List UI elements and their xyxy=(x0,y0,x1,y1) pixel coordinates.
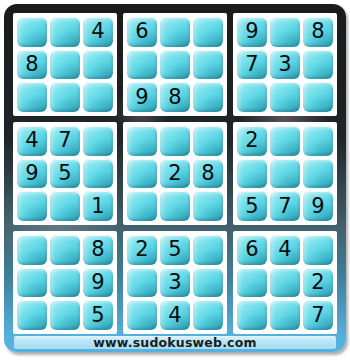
cell-r6c7[interactable]: 5 xyxy=(237,191,267,221)
cell-r2c2[interactable] xyxy=(50,50,80,80)
cell-r6c6[interactable] xyxy=(193,191,223,221)
cell-r7c5[interactable]: 5 xyxy=(160,235,190,265)
cell-r4c1[interactable]: 4 xyxy=(17,126,47,156)
cell-r9c5[interactable]: 4 xyxy=(160,300,190,330)
cell-r1c7[interactable]: 9 xyxy=(237,17,267,47)
cell-r5c4[interactable] xyxy=(127,159,157,189)
cell-r7c2[interactable] xyxy=(50,235,80,265)
cell-r3c9[interactable] xyxy=(303,82,333,112)
cell-r4c6[interactable] xyxy=(193,126,223,156)
cell-r5c3[interactable] xyxy=(83,159,113,189)
cell-r8c7[interactable] xyxy=(237,268,267,298)
cell-r6c1[interactable] xyxy=(17,191,47,221)
cell-r7c6[interactable] xyxy=(193,235,223,265)
cell-r9c2[interactable] xyxy=(50,300,80,330)
cell-r5c7[interactable] xyxy=(237,159,267,189)
cell-r7c3[interactable]: 8 xyxy=(83,235,113,265)
cell-r5c1[interactable]: 9 xyxy=(17,159,47,189)
cell-r8c6[interactable] xyxy=(193,268,223,298)
cell-r4c3[interactable] xyxy=(83,126,113,156)
cell-r3c5[interactable]: 8 xyxy=(160,82,190,112)
cell-r1c1[interactable] xyxy=(17,17,47,47)
box-2-2: 28 xyxy=(123,122,227,225)
cell-r6c9[interactable]: 9 xyxy=(303,191,333,221)
cell-r5c9[interactable] xyxy=(303,159,333,189)
cell-r6c2[interactable] xyxy=(50,191,80,221)
cell-r5c5[interactable]: 2 xyxy=(160,159,190,189)
website-url: www.sudokusweb.com xyxy=(93,335,256,350)
cell-r8c5[interactable]: 3 xyxy=(160,268,190,298)
cell-r2c3[interactable] xyxy=(83,50,113,80)
cell-r3c8[interactable] xyxy=(270,82,300,112)
box-1-3: 9873 xyxy=(233,13,337,116)
box-3-1: 895 xyxy=(13,231,117,334)
cell-r5c8[interactable] xyxy=(270,159,300,189)
cell-r9c8[interactable] xyxy=(270,300,300,330)
cell-r2c9[interactable] xyxy=(303,50,333,80)
cell-r6c3[interactable]: 1 xyxy=(83,191,113,221)
cell-r3c2[interactable] xyxy=(50,82,80,112)
cell-r3c1[interactable] xyxy=(17,82,47,112)
cell-r7c4[interactable]: 2 xyxy=(127,235,157,265)
cell-r8c9[interactable]: 2 xyxy=(303,268,333,298)
cell-r8c3[interactable]: 9 xyxy=(83,268,113,298)
sudoku-widget-frame: 4869898734795128257989525346427 www.sudo… xyxy=(4,4,346,352)
cell-r5c2[interactable]: 5 xyxy=(50,159,80,189)
cell-r8c2[interactable] xyxy=(50,268,80,298)
cell-r8c8[interactable] xyxy=(270,268,300,298)
box-3-3: 6427 xyxy=(233,231,337,334)
cell-r2c1[interactable]: 8 xyxy=(17,50,47,80)
cell-r3c4[interactable]: 9 xyxy=(127,82,157,112)
cell-r1c3[interactable]: 4 xyxy=(83,17,113,47)
cell-r7c9[interactable] xyxy=(303,235,333,265)
cell-r4c7[interactable]: 2 xyxy=(237,126,267,156)
cell-r9c7[interactable] xyxy=(237,300,267,330)
cell-r1c2[interactable] xyxy=(50,17,80,47)
cell-r3c7[interactable] xyxy=(237,82,267,112)
cell-r4c5[interactable] xyxy=(160,126,190,156)
cell-r2c7[interactable]: 7 xyxy=(237,50,267,80)
cell-r6c4[interactable] xyxy=(127,191,157,221)
box-1-2: 698 xyxy=(123,13,227,116)
cell-r1c9[interactable]: 8 xyxy=(303,17,333,47)
cell-r6c8[interactable]: 7 xyxy=(270,191,300,221)
cell-r4c4[interactable] xyxy=(127,126,157,156)
cell-r9c1[interactable] xyxy=(17,300,47,330)
cell-r9c6[interactable] xyxy=(193,300,223,330)
cell-r4c2[interactable]: 7 xyxy=(50,126,80,156)
cell-r8c1[interactable] xyxy=(17,268,47,298)
cell-r3c6[interactable] xyxy=(193,82,223,112)
box-2-1: 47951 xyxy=(13,122,117,225)
cell-r4c8[interactable] xyxy=(270,126,300,156)
sudoku-board: 4869898734795128257989525346427 xyxy=(13,13,337,334)
cell-r5c6[interactable]: 8 xyxy=(193,159,223,189)
cell-r2c8[interactable]: 3 xyxy=(270,50,300,80)
cell-r3c3[interactable] xyxy=(83,82,113,112)
box-1-1: 48 xyxy=(13,13,117,116)
box-2-3: 2579 xyxy=(233,122,337,225)
cell-r9c9[interactable]: 7 xyxy=(303,300,333,330)
cell-r8c4[interactable] xyxy=(127,268,157,298)
footer-bar: www.sudokusweb.com xyxy=(14,336,336,349)
box-3-2: 2534 xyxy=(123,231,227,334)
cell-r4c9[interactable] xyxy=(303,126,333,156)
cell-r1c6[interactable] xyxy=(193,17,223,47)
cell-r9c4[interactable] xyxy=(127,300,157,330)
cell-r6c5[interactable] xyxy=(160,191,190,221)
cell-r7c8[interactable]: 4 xyxy=(270,235,300,265)
cell-r1c4[interactable]: 6 xyxy=(127,17,157,47)
cell-r1c8[interactable] xyxy=(270,17,300,47)
cell-r1c5[interactable] xyxy=(160,17,190,47)
cell-r2c6[interactable] xyxy=(193,50,223,80)
cell-r2c4[interactable] xyxy=(127,50,157,80)
cell-r9c3[interactable]: 5 xyxy=(83,300,113,330)
cell-r7c7[interactable]: 6 xyxy=(237,235,267,265)
cell-r2c5[interactable] xyxy=(160,50,190,80)
cell-r7c1[interactable] xyxy=(17,235,47,265)
